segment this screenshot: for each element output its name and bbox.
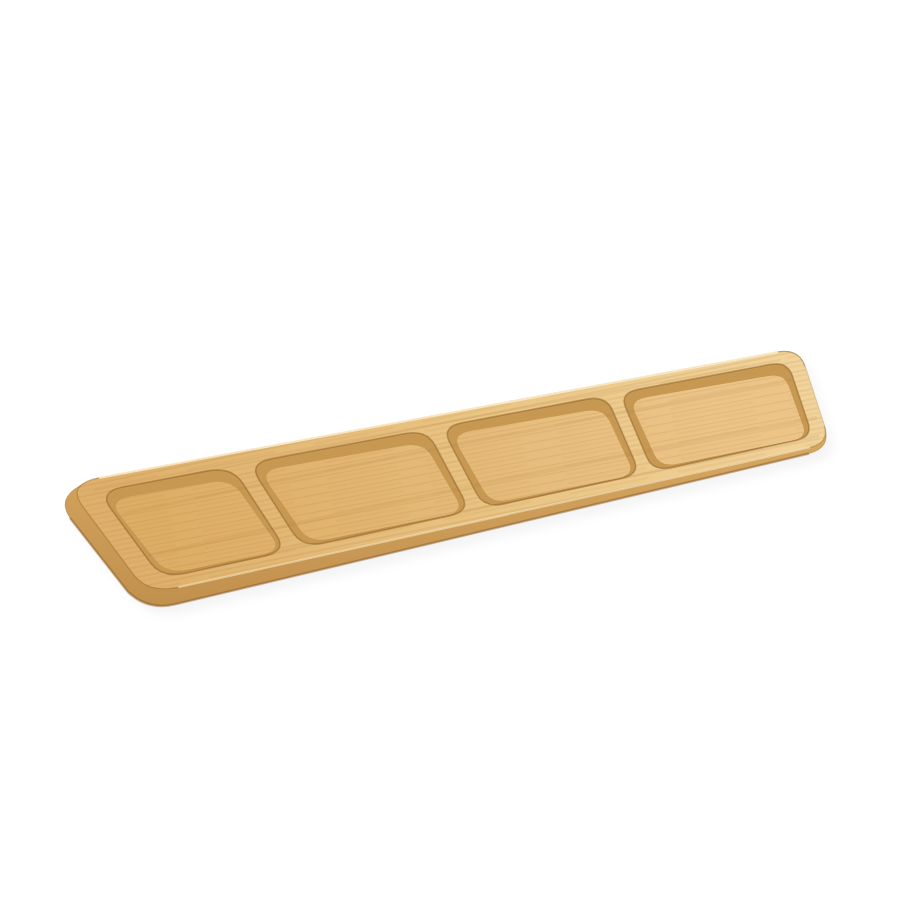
photo-canvas bbox=[0, 0, 900, 900]
product-photo bbox=[0, 0, 900, 900]
